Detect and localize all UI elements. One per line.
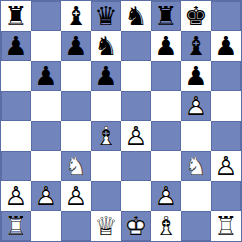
white-pawn-icon: ♙ — [181, 91, 211, 121]
square-b5[interactable] — [31, 91, 61, 121]
piece-black-knight[interactable]: ♞ — [91, 31, 121, 61]
black-pawn-icon: ♟ — [151, 31, 181, 61]
black-pawn-icon: ♟ — [211, 31, 241, 61]
piece-black-pawn[interactable]: ♟ — [91, 61, 121, 91]
piece-white-rook[interactable]: ♜♖ — [211, 211, 241, 241]
square-a6[interactable] — [1, 61, 31, 91]
piece-black-pawn[interactable]: ♟ — [151, 31, 181, 61]
black-pawn-icon: ♟ — [31, 61, 61, 91]
white-pawn-icon: ♙ — [151, 181, 181, 211]
white-pawn-icon: ♙ — [1, 181, 31, 211]
square-e3[interactable] — [121, 151, 151, 181]
white-queen-icon: ♕ — [91, 211, 121, 241]
square-f5[interactable] — [151, 91, 181, 121]
square-h4[interactable] — [211, 121, 241, 151]
black-queen-icon: ♛ — [91, 1, 121, 31]
square-h8[interactable] — [211, 1, 241, 31]
black-pawn-icon: ♟ — [61, 31, 91, 61]
square-b7[interactable] — [31, 31, 61, 61]
black-rook-icon: ♜ — [151, 1, 181, 31]
black-pawn-icon: ♟ — [91, 61, 121, 91]
piece-black-pawn[interactable]: ♟ — [181, 61, 211, 91]
piece-white-knight[interactable]: ♞♘ — [181, 151, 211, 181]
black-bishop-icon: ♝ — [181, 31, 211, 61]
white-pawn-icon: ♙ — [211, 151, 241, 181]
piece-black-bishop[interactable]: ♝ — [181, 31, 211, 61]
square-f7[interactable]: ♟ — [151, 31, 181, 61]
piece-white-king[interactable]: ♚♔ — [121, 211, 151, 241]
square-f2[interactable]: ♟♙ — [151, 181, 181, 211]
square-c2[interactable]: ♟♙ — [61, 181, 91, 211]
square-g6[interactable]: ♟ — [181, 61, 211, 91]
square-f3[interactable] — [151, 151, 181, 181]
white-knight-icon: ♘ — [181, 151, 211, 181]
square-a1[interactable]: ♜♖ — [1, 211, 31, 241]
square-h1[interactable]: ♜♖ — [211, 211, 241, 241]
white-bishop-icon: ♗ — [91, 121, 121, 151]
square-d3[interactable] — [91, 151, 121, 181]
square-e7[interactable] — [121, 31, 151, 61]
piece-black-king[interactable]: ♚ — [181, 1, 211, 31]
piece-white-pawn[interactable]: ♟♙ — [211, 151, 241, 181]
square-a4[interactable] — [1, 121, 31, 151]
piece-black-rook[interactable]: ♜ — [151, 1, 181, 31]
white-knight-icon: ♘ — [61, 151, 91, 181]
square-e2[interactable] — [121, 181, 151, 211]
piece-white-rook[interactable]: ♜♖ — [1, 211, 31, 241]
black-bishop-icon: ♝ — [61, 1, 91, 31]
piece-black-knight[interactable]: ♞ — [121, 1, 151, 31]
square-c6[interactable] — [61, 61, 91, 91]
square-d5[interactable] — [91, 91, 121, 121]
piece-black-queen[interactable]: ♛ — [91, 1, 121, 31]
square-d1[interactable]: ♛♕ — [91, 211, 121, 241]
white-pawn-icon: ♙ — [121, 121, 151, 151]
black-pawn-icon: ♟ — [181, 61, 211, 91]
square-g1[interactable] — [181, 211, 211, 241]
square-a5[interactable] — [1, 91, 31, 121]
piece-black-pawn[interactable]: ♟ — [61, 31, 91, 61]
black-king-icon: ♚ — [181, 1, 211, 31]
piece-white-bishop[interactable]: ♝♗ — [91, 121, 121, 151]
piece-white-pawn[interactable]: ♟♙ — [151, 181, 181, 211]
square-b4[interactable] — [31, 121, 61, 151]
square-e6[interactable] — [121, 61, 151, 91]
piece-white-bishop[interactable]: ♝♗ — [151, 211, 181, 241]
piece-white-pawn[interactable]: ♟♙ — [1, 181, 31, 211]
square-b8[interactable] — [31, 1, 61, 31]
square-f1[interactable]: ♝♗ — [151, 211, 181, 241]
piece-white-knight[interactable]: ♞♘ — [61, 151, 91, 181]
square-c1[interactable] — [61, 211, 91, 241]
square-b2[interactable]: ♟♙ — [31, 181, 61, 211]
square-a7[interactable]: ♟ — [1, 31, 31, 61]
square-d6[interactable]: ♟ — [91, 61, 121, 91]
square-b6[interactable]: ♟ — [31, 61, 61, 91]
square-e4[interactable]: ♟♙ — [121, 121, 151, 151]
piece-white-queen[interactable]: ♛♕ — [91, 211, 121, 241]
piece-black-bishop[interactable]: ♝ — [61, 1, 91, 31]
square-b1[interactable] — [31, 211, 61, 241]
square-h5[interactable] — [211, 91, 241, 121]
piece-white-pawn[interactable]: ♟♙ — [181, 91, 211, 121]
square-g3[interactable]: ♞♘ — [181, 151, 211, 181]
square-b3[interactable] — [31, 151, 61, 181]
square-g7[interactable]: ♝ — [181, 31, 211, 61]
square-a2[interactable]: ♟♙ — [1, 181, 31, 211]
square-h2[interactable] — [211, 181, 241, 211]
square-h6[interactable] — [211, 61, 241, 91]
square-e1[interactable]: ♚♔ — [121, 211, 151, 241]
black-knight-icon: ♞ — [121, 1, 151, 31]
square-d2[interactable] — [91, 181, 121, 211]
square-d4[interactable]: ♝♗ — [91, 121, 121, 151]
piece-white-pawn[interactable]: ♟♙ — [121, 121, 151, 151]
square-f8[interactable]: ♜ — [151, 1, 181, 31]
piece-black-pawn[interactable]: ♟ — [1, 31, 31, 61]
white-pawn-icon: ♙ — [61, 181, 91, 211]
square-e5[interactable] — [121, 91, 151, 121]
piece-white-pawn[interactable]: ♟♙ — [61, 181, 91, 211]
white-rook-icon: ♖ — [1, 211, 31, 241]
piece-black-rook[interactable]: ♜ — [1, 1, 31, 31]
square-c3[interactable]: ♞♘ — [61, 151, 91, 181]
white-rook-icon: ♖ — [211, 211, 241, 241]
square-d8[interactable]: ♛ — [91, 1, 121, 31]
chess-board: ♜♝♛♞♜♚♟♟♞♟♝♟♟♟♟♟♙♝♗♟♙♞♘♞♘♟♙♟♙♟♙♟♙♟♙♜♖♛♕♚… — [0, 0, 242, 242]
square-c8[interactable]: ♝ — [61, 1, 91, 31]
square-c7[interactable]: ♟ — [61, 31, 91, 61]
square-f6[interactable] — [151, 61, 181, 91]
square-h3[interactable]: ♟♙ — [211, 151, 241, 181]
piece-white-pawn[interactable]: ♟♙ — [31, 181, 61, 211]
square-g8[interactable]: ♚ — [181, 1, 211, 31]
square-f4[interactable] — [151, 121, 181, 151]
square-g4[interactable] — [181, 121, 211, 151]
square-a3[interactable] — [1, 151, 31, 181]
white-king-icon: ♔ — [121, 211, 151, 241]
black-pawn-icon: ♟ — [1, 31, 31, 61]
white-bishop-icon: ♗ — [151, 211, 181, 241]
square-h7[interactable]: ♟ — [211, 31, 241, 61]
square-g5[interactable]: ♟♙ — [181, 91, 211, 121]
piece-black-pawn[interactable]: ♟ — [31, 61, 61, 91]
black-rook-icon: ♜ — [1, 1, 31, 31]
piece-black-pawn[interactable]: ♟ — [211, 31, 241, 61]
square-g2[interactable] — [181, 181, 211, 211]
square-c5[interactable] — [61, 91, 91, 121]
white-pawn-icon: ♙ — [31, 181, 61, 211]
square-a8[interactable]: ♜ — [1, 1, 31, 31]
square-d7[interactable]: ♞ — [91, 31, 121, 61]
square-e8[interactable]: ♞ — [121, 1, 151, 31]
square-c4[interactable] — [61, 121, 91, 151]
black-knight-icon: ♞ — [91, 31, 121, 61]
